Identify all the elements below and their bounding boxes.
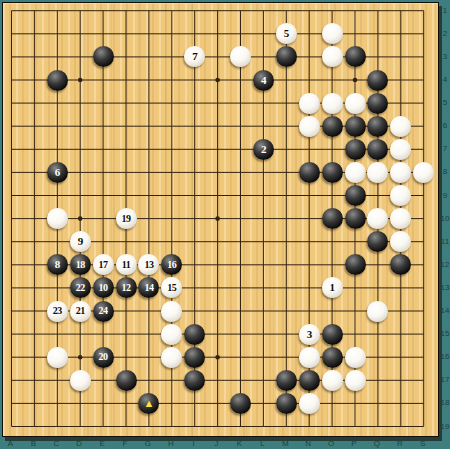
move-number: 3: [307, 329, 312, 340]
stone-white-N15[interactable]: 3: [299, 324, 320, 345]
move-number: 14: [144, 283, 153, 293]
move-number: 4: [261, 75, 266, 86]
move-number: 24: [99, 306, 108, 316]
stone-black-O16[interactable]: [322, 347, 343, 368]
move-number: 17: [99, 260, 108, 270]
col-label-A: A: [5, 439, 17, 449]
stone-white-D11[interactable]: 9: [70, 231, 91, 252]
stone-white-O13[interactable]: 1: [322, 277, 343, 298]
move-number: 7: [192, 51, 197, 62]
stone-white-O2[interactable]: [322, 23, 343, 44]
col-label-N: N: [302, 439, 314, 449]
stone-white-P16[interactable]: [345, 347, 366, 368]
stone-white-O5[interactable]: [322, 93, 343, 114]
row-label-13: 13: [440, 283, 450, 292]
stone-white-O17[interactable]: [322, 370, 343, 391]
stone-white-P8[interactable]: [345, 162, 366, 183]
move-number: 13: [144, 260, 153, 270]
row-labels: 12345678910111213141516171819: [440, 0, 450, 449]
stone-black-L4[interactable]: 4: [253, 70, 274, 91]
col-label-B: B: [27, 439, 39, 449]
stone-black-E14[interactable]: 24: [93, 301, 114, 322]
stone-black-F17[interactable]: [116, 370, 137, 391]
stone-white-M2[interactable]: 5: [276, 23, 297, 44]
move-number: 21: [76, 306, 85, 316]
stone-white-N16[interactable]: [299, 347, 320, 368]
row-label-16: 16: [440, 352, 450, 361]
stone-black-P3[interactable]: [345, 46, 366, 67]
stone-black-C12[interactable]: 8: [47, 254, 68, 275]
stone-white-N6[interactable]: [299, 116, 320, 137]
stone-black-I15[interactable]: [184, 324, 205, 345]
stone-black-C4[interactable]: [47, 70, 68, 91]
col-label-C: C: [50, 439, 62, 449]
row-label-1: 1: [440, 6, 450, 15]
row-label-2: 2: [440, 29, 450, 38]
stone-black-N8[interactable]: [299, 162, 320, 183]
stone-white-F12[interactable]: 11: [116, 254, 137, 275]
row-label-15: 15: [440, 329, 450, 338]
stone-black-Q4[interactable]: [367, 70, 388, 91]
move-number: 22: [76, 283, 85, 293]
row-label-4: 4: [440, 75, 450, 84]
row-label-10: 10: [440, 214, 450, 223]
row-label-7: 7: [440, 144, 450, 153]
stone-black-O10[interactable]: [322, 208, 343, 229]
stone-black-M17[interactable]: [276, 370, 297, 391]
col-label-E: E: [96, 439, 108, 449]
move-number: 10: [99, 283, 108, 293]
row-label-18: 18: [440, 398, 450, 407]
stone-white-Q14[interactable]: [367, 301, 388, 322]
stone-white-H16[interactable]: [161, 347, 182, 368]
stone-white-R7[interactable]: [390, 139, 411, 160]
col-label-G: G: [142, 439, 154, 449]
row-label-11: 11: [440, 237, 450, 246]
stone-white-D17[interactable]: [70, 370, 91, 391]
move-number: 19: [122, 214, 131, 224]
stone-black-O8[interactable]: [322, 162, 343, 183]
stone-white-P17[interactable]: [345, 370, 366, 391]
stone-white-C16[interactable]: [47, 347, 68, 368]
stone-black-K18[interactable]: [230, 393, 251, 414]
row-label-9: 9: [440, 191, 450, 200]
stone-white-E12[interactable]: 17: [93, 254, 114, 275]
row-label-3: 3: [440, 52, 450, 61]
col-label-Q: Q: [371, 439, 383, 449]
stone-white-P5[interactable]: [345, 93, 366, 114]
move-number: 6: [55, 167, 60, 178]
move-number: 18: [76, 260, 85, 270]
move-number: 11: [122, 260, 130, 270]
column-labels: ABCDEFGHIJKLMNOPQRS: [0, 439, 450, 449]
stone-black-I16[interactable]: [184, 347, 205, 368]
go-board[interactable]: 574261998181711131622101214151232124320▲: [2, 2, 439, 437]
stone-black-D13[interactable]: 22: [70, 277, 91, 298]
move-number: 16: [167, 260, 176, 270]
col-label-D: D: [73, 439, 85, 449]
move-number: 15: [167, 283, 176, 293]
hoshi-point: [78, 216, 83, 221]
hoshi-point: [78, 355, 83, 360]
stone-white-H14[interactable]: [161, 301, 182, 322]
col-label-I: I: [188, 439, 200, 449]
move-number: 8: [55, 259, 60, 270]
stone-white-F10[interactable]: 19: [116, 208, 137, 229]
stone-black-E13[interactable]: 10: [93, 277, 114, 298]
col-label-O: O: [325, 439, 337, 449]
stone-black-O15[interactable]: [322, 324, 343, 345]
stone-black-P9[interactable]: [345, 185, 366, 206]
col-label-J: J: [211, 439, 223, 449]
row-label-12: 12: [440, 260, 450, 269]
move-number: 20: [99, 352, 108, 362]
stone-black-D12[interactable]: 18: [70, 254, 91, 275]
col-label-M: M: [279, 439, 291, 449]
move-number: 12: [122, 283, 131, 293]
stone-black-N17[interactable]: [299, 370, 320, 391]
stone-white-H15[interactable]: [161, 324, 182, 345]
stone-black-Q5[interactable]: [367, 93, 388, 114]
col-label-R: R: [394, 439, 406, 449]
stone-black-C8[interactable]: 6: [47, 162, 68, 183]
row-label-6: 6: [440, 121, 450, 130]
stone-black-E3[interactable]: [93, 46, 114, 67]
hoshi-point: [353, 78, 358, 83]
stone-black-P7[interactable]: [345, 139, 366, 160]
stone-white-C14[interactable]: 23: [47, 301, 68, 322]
triangle-marker-icon: ▲: [143, 398, 154, 409]
stone-white-O3[interactable]: [322, 46, 343, 67]
move-number: 23: [53, 306, 62, 316]
row-label-5: 5: [440, 98, 450, 107]
stone-black-P10[interactable]: [345, 208, 366, 229]
hoshi-point: [215, 216, 220, 221]
stone-black-M18[interactable]: [276, 393, 297, 414]
stone-white-N5[interactable]: [299, 93, 320, 114]
col-label-P: P: [348, 439, 360, 449]
col-label-K: K: [234, 439, 246, 449]
stone-black-I17[interactable]: [184, 370, 205, 391]
move-number: 9: [78, 236, 83, 247]
stone-black-P12[interactable]: [345, 254, 366, 275]
stone-white-C10[interactable]: [47, 208, 68, 229]
hoshi-point: [215, 78, 220, 83]
go-game-view: 574261998181711131622101214151232124320▲…: [0, 0, 450, 449]
stone-black-E16[interactable]: 20: [93, 347, 114, 368]
stone-white-N18[interactable]: [299, 393, 320, 414]
move-number: 1: [330, 282, 335, 293]
stone-black-O6[interactable]: [322, 116, 343, 137]
col-label-F: F: [119, 439, 131, 449]
row-label-14: 14: [440, 306, 450, 315]
col-label-S: S: [417, 439, 429, 449]
row-label-8: 8: [440, 167, 450, 176]
stone-black-L7[interactable]: 2: [253, 139, 274, 160]
stone-black-F13[interactable]: 12: [116, 277, 137, 298]
hoshi-point: [215, 355, 220, 360]
stone-black-P6[interactable]: [345, 116, 366, 137]
hoshi-point: [78, 78, 83, 83]
stone-white-R6[interactable]: [390, 116, 411, 137]
move-number: 2: [261, 144, 266, 155]
row-label-19: 19: [440, 422, 450, 431]
col-label-H: H: [165, 439, 177, 449]
stone-white-D14[interactable]: 21: [70, 301, 91, 322]
stone-white-S8[interactable]: [413, 162, 434, 183]
move-number: 5: [284, 28, 289, 39]
col-label-L: L: [256, 439, 268, 449]
row-label-17: 17: [440, 375, 450, 384]
stone-black-Q6[interactable]: [367, 116, 388, 137]
